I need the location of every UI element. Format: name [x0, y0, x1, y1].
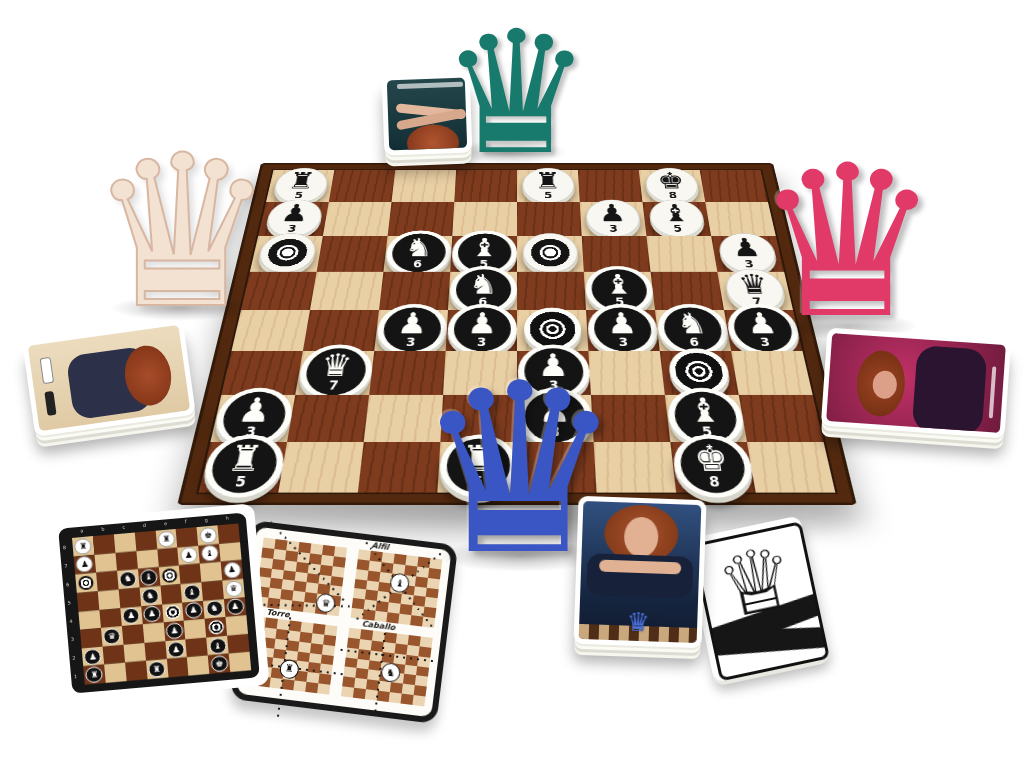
rank-label: 4	[69, 619, 73, 624]
mini-white-token-target	[162, 568, 178, 583]
blue-queen-piece[interactable]: ♛	[414, 352, 625, 587]
file-label: b	[101, 527, 105, 532]
mini-board-square-r8c7: ♚	[208, 654, 230, 674]
mini-black-token-bishop: ♝	[183, 584, 201, 601]
rank-label: 8	[63, 545, 67, 550]
mini-board-square-r3c2	[96, 571, 118, 591]
token-value: 7	[328, 378, 339, 391]
mini-board-square-r1c8	[218, 523, 240, 543]
mini-black-token-target	[165, 605, 181, 620]
board-square-r2c6: ♟3	[580, 202, 647, 236]
token-value: 5	[294, 190, 304, 199]
mini-board-square-r2c7: ♝	[198, 544, 220, 564]
mini-white-token-target	[78, 575, 94, 590]
mini-board-square-r4c6: ♝	[181, 582, 203, 602]
mini-board-square-r2c6: ♟	[178, 545, 200, 565]
mini-board-square-r8c8	[229, 652, 251, 672]
mini-board-square-r5c2	[99, 608, 121, 628]
king-glyph: ♚	[656, 171, 685, 191]
board-square-r7c2	[287, 395, 369, 442]
mini-black-token-pawn: ♟	[167, 641, 185, 658]
mini-board-square-r8c1: ♜	[83, 665, 105, 685]
mini-board-square-r2c3	[115, 551, 137, 571]
rank-label: 5	[67, 601, 71, 606]
rank-label: 6	[66, 582, 70, 587]
mini-board-square-r6c7	[205, 617, 227, 637]
mini-black-token-pawn: ♟	[184, 602, 202, 619]
bishop-glyph: ♝	[603, 272, 634, 296]
mini-board-square-r7c2	[102, 645, 124, 665]
mini-board-square-r2c1: ♟	[74, 555, 96, 575]
mini-board-square-r6c2: ♛	[101, 626, 123, 646]
mini-board-square-r5c1	[78, 610, 100, 630]
mini-white-token-pawn: ♟	[223, 562, 241, 579]
bishop-glyph: ♝	[660, 202, 690, 224]
file-label: e	[164, 521, 167, 526]
board-square-r7c8	[739, 395, 824, 442]
white-token-pawn[interactable]: ♟3	[585, 199, 642, 236]
mini-board-square-r7c8	[227, 634, 249, 654]
mini-board-square-r6c3	[122, 624, 144, 644]
file-label: d	[143, 523, 147, 528]
pawn-glyph: ♟	[598, 202, 627, 224]
mini-board-square-r1c5: ♜	[155, 529, 177, 549]
king-glyph: ♚	[692, 442, 730, 474]
mini-black-token-bishop: ♝	[208, 637, 226, 654]
file-label: c	[122, 525, 125, 530]
file-label: g	[204, 518, 208, 523]
mini-board-square-r4c2	[98, 589, 120, 609]
board-square-r3c5	[517, 236, 584, 272]
mini-board-square-r3c6	[179, 564, 201, 584]
black-token-knight[interactable]: ♞6	[655, 304, 731, 355]
mini-black-token-knight: ♞	[119, 571, 137, 588]
mini-board-square-r5c5	[162, 602, 184, 622]
mini-board-square-r8c5	[166, 657, 188, 677]
mini-board-square-r4c3	[118, 588, 140, 608]
board-square-r8c8	[747, 442, 835, 493]
mini-board-square-r2c8	[219, 542, 241, 562]
mini-black-token-bishop: ♝	[140, 569, 158, 586]
board-square-r4c2	[310, 272, 383, 310]
mini-board-square-r3c1	[75, 573, 97, 593]
board-square-r1c2	[329, 170, 395, 202]
mini-board-square-r4c8: ♛	[222, 579, 244, 599]
mini-white-token-king: ♚	[199, 527, 217, 544]
knight-glyph: ♞	[404, 236, 434, 259]
mini-board-square-r8c4: ♜	[146, 659, 168, 679]
board-square-r2c5	[517, 202, 582, 236]
white-token-king[interactable]: ♚8	[643, 168, 700, 203]
mini-board-square-r4c5	[160, 584, 182, 604]
token-value: 5	[673, 223, 683, 233]
mini-board-frame: abcdefgh 87654321 ♜♜♚♟♟♝♞♝♟♞♝♛♟♟♟♞♟♛♟♟♟♝…	[58, 512, 260, 693]
board-square-r3c3: ♞6	[383, 236, 452, 272]
mini-board-square-r7c7: ♝	[206, 635, 228, 655]
queen-illustration-card[interactable]: ♕	[684, 515, 830, 682]
token-value: 8	[708, 474, 720, 489]
queen-glyph: ♛	[319, 351, 354, 379]
mini-board-square-r2c5	[157, 547, 179, 567]
queen-card-border: ♕	[691, 521, 830, 681]
black-token-queen[interactable]: ♛7	[295, 344, 374, 399]
file-label: f	[185, 519, 187, 524]
rook-glyph: ♜	[286, 171, 317, 191]
rank-label: 7	[64, 564, 68, 569]
mini-black-token-pawn: ♟	[226, 598, 244, 615]
mini-black-token-target	[208, 620, 224, 635]
mini-white-token-queen: ♛	[224, 580, 242, 597]
mini-board-square-r4c1	[77, 591, 99, 611]
movement-pattern-knight: Caballo ♞	[341, 628, 433, 707]
rank-label: 3	[71, 637, 75, 642]
mini-board-square-r6c5: ♟	[163, 621, 185, 641]
mini-board-square-r6c8	[226, 615, 248, 635]
white-token-target[interactable]	[522, 233, 578, 272]
mini-white-token-pawn: ♟	[76, 556, 94, 573]
rank-label: 2	[72, 656, 76, 661]
board-square-r5c7: ♞6	[655, 310, 731, 351]
token-value: 8	[668, 190, 677, 199]
board-square-r8c1: ♜5	[199, 442, 287, 493]
mini-black-token-pawn: ♟	[165, 622, 183, 639]
pink-queen-piece[interactable]: ♛	[753, 138, 941, 348]
mini-board-square-r1c4	[134, 531, 156, 551]
mini-board-square-r1c6	[176, 527, 198, 547]
mini-white-token-pawn: ♟	[180, 547, 198, 564]
mini-black-token-rook: ♜	[148, 661, 166, 678]
mini-board-square-r7c1: ♟	[82, 646, 104, 666]
rank-label: 1	[74, 674, 78, 679]
mini-board-square-r4c7	[202, 580, 224, 600]
white-token-bishop[interactable]: ♝5	[647, 199, 706, 236]
teal-queen-piece[interactable]: ♛	[440, 8, 592, 178]
token-value: 6	[413, 258, 423, 268]
file-label: a	[80, 528, 83, 533]
board-square-r1c7: ♚8	[639, 170, 705, 202]
mini-board-square-r8c6	[187, 656, 209, 676]
mini-board-square-r2c2	[94, 553, 116, 573]
mini-black-token-king: ♚	[210, 655, 228, 672]
mini-board-square-r5c8: ♟	[224, 597, 246, 617]
mini-board-square-r3c7	[200, 562, 222, 582]
mini-board-square-r3c4: ♝	[138, 567, 160, 587]
mini-board-square-r5c6: ♟	[182, 601, 204, 621]
mini-board-square-r1c3	[114, 532, 136, 552]
board-square-r3c2	[317, 236, 388, 272]
mini-board-square-r7c5: ♟	[165, 639, 187, 659]
mini-board-square-r2c4	[136, 549, 158, 569]
board-square-r2c7: ♝5	[642, 202, 711, 236]
mini-board-square-r6c1	[80, 628, 102, 648]
blue-queen-icon: ♛	[626, 609, 650, 636]
board-square-r2c2	[323, 202, 392, 236]
product-photo-scene: ♜5♜5♚8♟3♟3♝5♞6♝5♟3♞6♝5♛7♟3♟3♟3♞6♟3♛7♟3♟3…	[0, 0, 1024, 768]
cream-queen-piece[interactable]: ♛	[88, 128, 276, 338]
file-label: h	[225, 516, 229, 521]
token-value: 3	[287, 223, 297, 233]
black-token-knight[interactable]: ♞6	[384, 230, 453, 275]
mini-black-token-knight: ♞	[141, 587, 159, 604]
board-square-r1c1: ♜5	[266, 170, 334, 202]
mini-board-square-r1c1: ♜	[72, 536, 94, 556]
mini-black-token-pawn: ♟	[84, 648, 102, 665]
mini-board-square-r1c2	[93, 534, 115, 554]
mini-board-square-r5c7: ♞	[203, 599, 225, 619]
black-token-king[interactable]: ♚8	[670, 434, 756, 497]
movement-pattern-queen: ♛	[255, 538, 347, 617]
mini-board-square-r6c6	[184, 619, 206, 639]
mini-board-square-r5c3: ♟	[120, 606, 142, 626]
mini-black-token-rook: ♜	[85, 666, 103, 683]
mini-black-token-pawn: ♟	[143, 606, 161, 623]
mini-black-token-pawn: ♟	[122, 607, 140, 624]
mini-board-square-r1c7: ♚	[197, 525, 219, 545]
mini-board-square-r7c3	[123, 643, 145, 663]
token-value: 3	[609, 223, 618, 233]
board-square-r8c7: ♚8	[670, 442, 755, 493]
mini-board-square-r7c4	[144, 641, 166, 661]
token-value: 6	[689, 336, 700, 348]
board-square-r6c2: ♛7	[295, 351, 374, 395]
pawn-glyph: ♟	[236, 395, 274, 425]
setup-reference-card[interactable]: abcdefgh 87654321 ♜♜♚♟♟♝♞♝♟♞♝♛♟♟♟♞♟♛♟♟♟♝…	[48, 503, 269, 703]
mini-board-square-r8c3	[125, 661, 147, 681]
knight-glyph: ♞	[675, 310, 709, 336]
mini-board-square-r8c2	[104, 663, 126, 683]
queen-drawing-icon: ♕	[710, 532, 803, 632]
mini-white-token-bishop: ♝	[200, 545, 218, 562]
mini-board-square-r4c4: ♞	[139, 586, 161, 606]
token-value: 5	[234, 474, 247, 489]
mini-white-token-rook: ♜	[157, 530, 175, 547]
mini-board-square-r3c8: ♟	[221, 560, 243, 580]
mini-black-token-knight: ♞	[205, 600, 223, 617]
mini-black-token-queen: ♛	[103, 628, 121, 645]
mini-board-square-r6c4	[142, 623, 164, 643]
mini-board-square-r3c3: ♞	[117, 569, 139, 589]
rook-glyph: ♜	[225, 442, 265, 474]
bishop-glyph: ♝	[470, 236, 499, 259]
pawn-glyph: ♟	[279, 202, 311, 224]
mini-board-square-r3c5	[158, 566, 180, 586]
board-square-r3c7	[646, 236, 717, 272]
black-token-rook[interactable]: ♜5	[198, 434, 288, 497]
mini-board-grid: ♜♜♚♟♟♝♞♝♟♞♝♛♟♟♟♞♟♛♟♟♟♝♜♜♚	[72, 523, 251, 685]
mini-board-square-r7c6	[186, 637, 208, 657]
mini-board-square-r5c4: ♟	[141, 604, 163, 624]
board-square-r8c2	[278, 442, 363, 493]
bishop-glyph: ♝	[686, 395, 722, 425]
board-square-r4c5	[517, 272, 586, 310]
mini-white-token-rook: ♜	[74, 538, 92, 555]
white-token-rook[interactable]: ♜5	[271, 168, 330, 203]
knight-glyph: ♞	[468, 272, 498, 296]
